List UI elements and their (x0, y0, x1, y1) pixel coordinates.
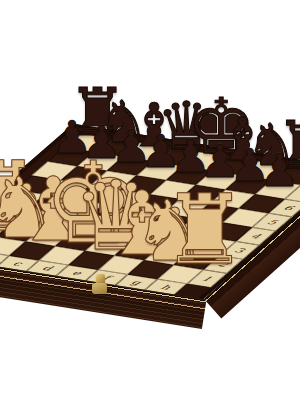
piece-black-pawn-h7[interactable]: ♟ (259, 148, 289, 193)
piece-white-bishop-c1[interactable]: ♝ (13, 166, 43, 254)
brass-clasp (92, 274, 109, 296)
piece-anchor: ♛ (73, 261, 103, 266)
clasp-hook (92, 283, 107, 294)
piece-anchor: ♟ (259, 191, 289, 196)
piece-anchor: ♝ (103, 266, 133, 271)
piece-anchor: ♚ (43, 257, 73, 262)
piece-anchor: ♞ (132, 271, 162, 276)
piece-white-king-d1[interactable]: ♚ (43, 147, 73, 259)
square-h1[interactable]: ♜ (157, 265, 203, 284)
piece-white-bishop-f1[interactable]: ♝ (102, 180, 132, 268)
piece-anchor: ♝ (14, 252, 44, 257)
piece-white-rook-h1[interactable]: ♜ (162, 182, 192, 278)
piece-white-queen-e1[interactable]: ♛ (73, 168, 103, 264)
piece-anchor: ♞ (0, 247, 14, 252)
piece-white-knight-b1[interactable]: ♞ (0, 166, 14, 250)
piece-anchor: ♜ (162, 275, 192, 280)
product-photo-canvas: ♜♞♝♛♚♝♞♜8♟♟♟♟♟♟♟♟76543♟♟♟♟♟♟♟♟2♜♞♝♚♛♝♞♜1… (0, 0, 300, 399)
square-h7[interactable]: ♟ (255, 180, 300, 199)
piece-white-knight-g1[interactable]: ♞ (132, 189, 162, 273)
